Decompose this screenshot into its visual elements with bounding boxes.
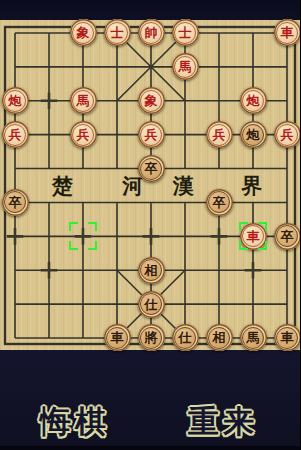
cell-9-6[interactable]: 相 [202,321,236,355]
cell-2-3[interactable] [100,84,134,118]
black-soldier[interactable]: 卒 [274,223,301,250]
cell-7-2[interactable] [66,253,100,287]
red-horse[interactable]: 馬 [70,87,97,114]
cell-0-4[interactable]: 帥 [134,16,168,50]
cell-1-7[interactable] [236,50,270,84]
cell-1-8[interactable] [270,50,300,84]
cell-1-6[interactable] [202,50,236,84]
red-cannon[interactable]: 炮 [2,87,29,114]
piece-glyph: 將 [140,327,162,349]
cell-3-5[interactable] [168,118,202,152]
piece-glyph: 卒 [208,191,230,213]
cell-8-7[interactable] [236,287,270,321]
piece-glyph: 兵 [140,124,162,146]
red-elephant[interactable]: 象 [70,19,97,46]
cell-0-1[interactable] [32,16,66,50]
black-horse[interactable]: 馬 [240,324,267,351]
red-horse[interactable]: 馬 [172,53,199,80]
cell-9-4[interactable]: 將 [134,321,168,355]
cell-3-7[interactable]: 炮 [236,118,270,152]
cell-6-4[interactable] [134,219,168,253]
piece-glyph: 兵 [208,124,230,146]
cell-0-2[interactable]: 象 [66,16,100,50]
piece-glyph: 炮 [4,90,26,112]
xiangqi-board: 象士帥士車馬炮馬象炮兵兵兵兵炮兵卒卒卒車卒相仕車將仕相馬車 楚 河 漢 界 [0,20,300,350]
cell-6-5[interactable] [168,219,202,253]
piece-glyph: 士 [106,22,128,44]
cell-8-0[interactable] [0,287,32,321]
piece-glyph: 帥 [140,22,162,44]
cell-7-5[interactable] [168,253,202,287]
black-elephant[interactable]: 相 [138,257,165,284]
cell-1-4[interactable] [134,50,168,84]
cell-8-8[interactable] [270,287,300,321]
black-soldier[interactable]: 卒 [2,189,29,216]
cell-9-1[interactable] [32,321,66,355]
cell-3-2[interactable]: 兵 [66,118,100,152]
cell-8-3[interactable] [100,287,134,321]
red-soldier[interactable]: 兵 [2,121,29,148]
cell-9-0[interactable] [0,321,32,355]
xiangqi-app: 象士帥士車馬炮馬象炮兵兵兵兵炮兵卒卒卒車卒相仕車將仕相馬車 楚 河 漢 界 悔棋… [0,0,300,450]
piece-glyph: 馬 [174,56,196,78]
cell-1-2[interactable] [66,50,100,84]
piece-glyph: 卒 [4,191,26,213]
black-general[interactable]: 將 [138,324,165,351]
restart-button[interactable]: 重来 [158,401,288,443]
cell-0-6[interactable] [202,16,236,50]
piece-glyph: 兵 [4,124,26,146]
piece-glyph: 仕 [174,327,196,349]
cell-3-4[interactable]: 兵 [134,118,168,152]
red-chariot[interactable]: 車 [240,223,267,250]
cell-4-0[interactable] [0,152,32,186]
piece-glyph: 車 [276,22,298,44]
cell-0-3[interactable]: 士 [100,16,134,50]
cell-2-4[interactable]: 象 [134,84,168,118]
piece-glyph: 相 [208,327,230,349]
bottom-strip [0,446,300,450]
undo-move-button[interactable]: 悔棋 [10,401,140,443]
cell-1-0[interactable] [0,50,32,84]
cell-8-6[interactable] [202,287,236,321]
piece-glyph: 相 [140,259,162,281]
cell-6-1[interactable] [32,219,66,253]
piece-glyph: 象 [140,90,162,112]
cell-2-2[interactable]: 馬 [66,84,100,118]
piece-glyph: 車 [106,327,128,349]
cell-1-3[interactable] [100,50,134,84]
piece-glyph: 炮 [242,124,264,146]
black-soldier[interactable]: 卒 [206,189,233,216]
cell-6-0[interactable] [0,219,32,253]
cell-2-6[interactable] [202,84,236,118]
red-soldier[interactable]: 兵 [138,121,165,148]
cell-7-8[interactable] [270,253,300,287]
black-chariot[interactable]: 車 [274,324,301,351]
cell-6-7[interactable]: 車 [236,219,270,253]
last-move-from-marker [69,222,97,250]
cell-7-3[interactable] [100,253,134,287]
piece-glyph: 卒 [140,158,162,180]
cell-3-1[interactable] [32,118,66,152]
cell-8-2[interactable] [66,287,100,321]
cell-0-8[interactable]: 車 [270,16,300,50]
piece-glyph: 仕 [140,293,162,315]
cell-7-6[interactable] [202,253,236,287]
piece-glyph: 兵 [276,124,298,146]
red-general[interactable]: 帥 [138,19,165,46]
red-soldier[interactable]: 兵 [274,121,301,148]
red-soldier[interactable]: 兵 [70,121,97,148]
cell-0-7[interactable] [236,16,270,50]
cell-2-7[interactable]: 炮 [236,84,270,118]
black-chariot[interactable]: 車 [104,324,131,351]
red-advisor[interactable]: 士 [104,19,131,46]
black-cannon[interactable]: 炮 [240,121,267,148]
piece-glyph: 車 [242,225,264,247]
piece-glyph: 馬 [242,327,264,349]
cell-8-5[interactable] [168,287,202,321]
cell-6-3[interactable] [100,219,134,253]
cell-2-1[interactable] [32,84,66,118]
piece-glyph: 炮 [242,90,264,112]
piece-glyph: 士 [174,22,196,44]
cell-7-0[interactable] [0,253,32,287]
cell-3-8[interactable]: 兵 [270,118,300,152]
cell-3-3[interactable] [100,118,134,152]
piece-glyph: 象 [72,22,94,44]
cell-9-3[interactable]: 車 [100,321,134,355]
cell-8-4[interactable]: 仕 [134,287,168,321]
red-cannon[interactable]: 炮 [240,87,267,114]
piece-glyph: 兵 [72,124,94,146]
cell-0-5[interactable]: 士 [168,16,202,50]
cell-0-0[interactable] [0,16,32,50]
red-chariot[interactable]: 車 [274,19,301,46]
piece-glyph: 馬 [72,90,94,112]
cell-9-8[interactable]: 車 [270,321,300,355]
cell-1-1[interactable] [32,50,66,84]
cell-6-6[interactable] [202,219,236,253]
cell-2-5[interactable] [168,84,202,118]
cell-7-1[interactable] [32,253,66,287]
black-advisor[interactable]: 仕 [172,324,199,351]
cell-7-7[interactable] [236,253,270,287]
red-advisor[interactable]: 士 [172,19,199,46]
cell-7-4[interactable]: 相 [134,253,168,287]
red-elephant[interactable]: 象 [138,87,165,114]
cell-9-5[interactable]: 仕 [168,321,202,355]
black-advisor[interactable]: 仕 [138,291,165,318]
piece-glyph: 卒 [276,225,298,247]
cell-9-7[interactable]: 馬 [236,321,270,355]
cell-3-6[interactable]: 兵 [202,118,236,152]
red-soldier[interactable]: 兵 [206,121,233,148]
piece-glyph: 車 [276,327,298,349]
cell-6-2[interactable] [66,219,100,253]
cell-8-1[interactable] [32,287,66,321]
cell-5-0[interactable]: 卒 [0,185,32,219]
cell-3-0[interactable]: 兵 [0,118,32,152]
cell-2-0[interactable]: 炮 [0,84,32,118]
black-soldier[interactable]: 卒 [138,155,165,182]
cell-1-5[interactable]: 馬 [168,50,202,84]
cell-2-8[interactable] [270,84,300,118]
black-elephant[interactable]: 相 [206,324,233,351]
cell-6-8[interactable]: 卒 [270,219,300,253]
cell-9-2[interactable] [66,321,100,355]
